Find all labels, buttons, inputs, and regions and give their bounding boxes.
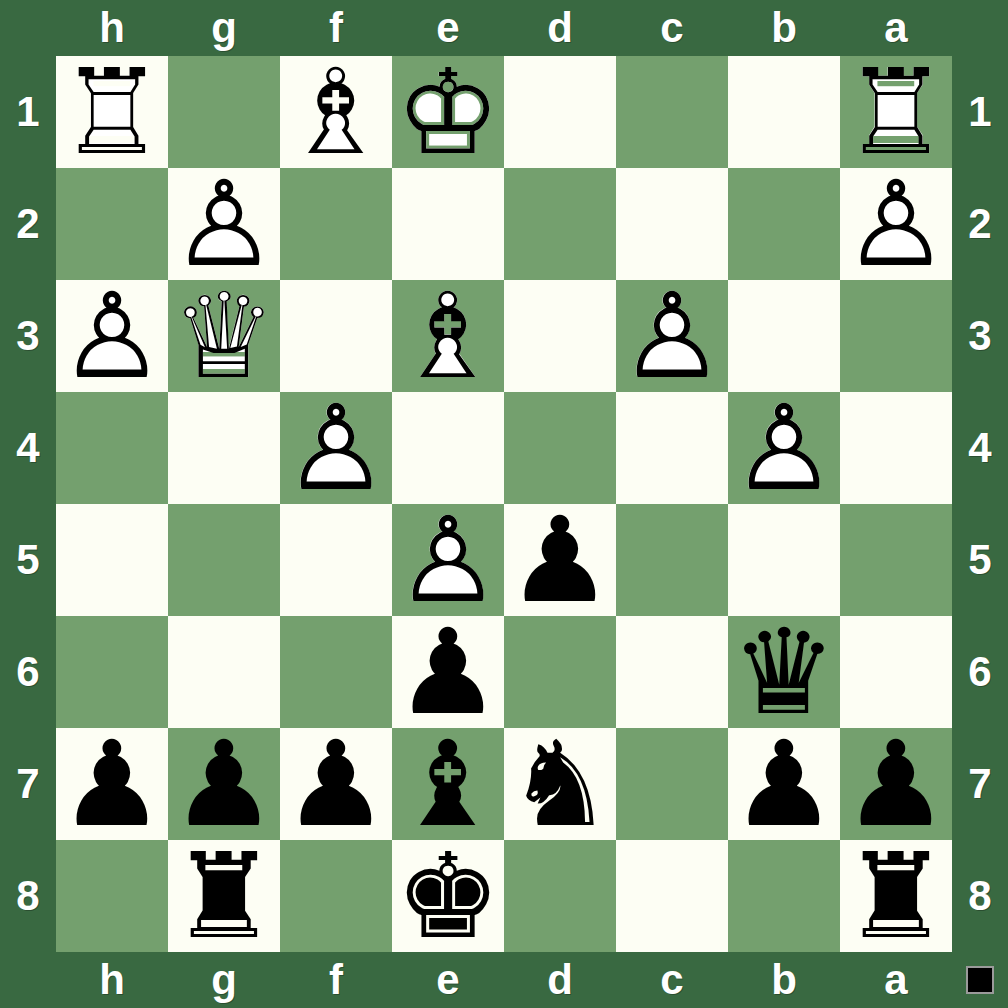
black-knight[interactable]: ♞ xyxy=(504,728,616,840)
square-d2[interactable] xyxy=(504,168,616,280)
square-c6[interactable] xyxy=(616,616,728,728)
rank-label-text: 8 xyxy=(968,875,991,917)
corner-bottom-left xyxy=(0,952,56,1008)
file-label-text: d xyxy=(547,7,573,49)
rank-label-6-right: 6 xyxy=(952,616,1008,728)
rank-label-3-left: 3 xyxy=(0,280,56,392)
white-king[interactable]: ♚♔ xyxy=(392,56,504,168)
rank-label-4-right: 4 xyxy=(952,392,1008,504)
file-label-text: c xyxy=(660,7,683,49)
square-a4[interactable] xyxy=(840,392,952,504)
square-b5[interactable] xyxy=(728,504,840,616)
square-h1[interactable]: ♜♖ xyxy=(56,56,168,168)
black-rook-glyph: ♜ xyxy=(840,840,952,952)
square-g7[interactable]: ♟ xyxy=(168,728,280,840)
square-c3[interactable]: ♟♙ xyxy=(616,280,728,392)
rank-label-6-left: 6 xyxy=(0,616,56,728)
black-pawn-glyph: ♟ xyxy=(728,728,840,840)
rank-label-7-right: 7 xyxy=(952,728,1008,840)
square-e2[interactable] xyxy=(392,168,504,280)
square-e7[interactable]: ♝ xyxy=(392,728,504,840)
square-b2[interactable] xyxy=(728,168,840,280)
rank-label-4-left: 4 xyxy=(0,392,56,504)
file-label-h-bottom: h xyxy=(56,952,168,1008)
black-pawn-glyph: ♟ xyxy=(392,616,504,728)
square-d6[interactable] xyxy=(504,616,616,728)
file-label-c-top: c xyxy=(616,0,728,56)
square-a6[interactable] xyxy=(840,616,952,728)
square-e4[interactable] xyxy=(392,392,504,504)
square-f7[interactable]: ♟ xyxy=(280,728,392,840)
file-label-text: f xyxy=(329,959,343,1001)
black-pawn-glyph: ♟ xyxy=(168,728,280,840)
square-f4[interactable]: ♟♙ xyxy=(280,392,392,504)
square-c2[interactable] xyxy=(616,168,728,280)
square-h4[interactable] xyxy=(56,392,168,504)
rank-label-text: 2 xyxy=(16,203,39,245)
rank-label-text: 6 xyxy=(16,651,39,693)
square-g1[interactable] xyxy=(168,56,280,168)
black-rook[interactable]: ♜ xyxy=(840,840,952,952)
black-pawn[interactable]: ♟ xyxy=(840,728,952,840)
file-label-b-bottom: b xyxy=(728,952,840,1008)
rank-label-text: 5 xyxy=(16,539,39,581)
black-to-move-indicator xyxy=(966,966,994,994)
file-label-c-bottom: c xyxy=(616,952,728,1008)
black-knight-glyph: ♞ xyxy=(504,728,616,840)
white-king-outline-glyph: ♔ xyxy=(392,56,504,168)
white-rook[interactable]: ♜♖ xyxy=(56,56,168,168)
corner-top-left xyxy=(0,0,56,56)
white-bishop-outline-glyph: ♗ xyxy=(392,280,504,392)
white-pawn[interactable]: ♟♙ xyxy=(56,280,168,392)
file-label-d-bottom: d xyxy=(504,952,616,1008)
square-d3[interactable] xyxy=(504,280,616,392)
square-a1[interactable]: ♜♖ xyxy=(840,56,952,168)
square-a2[interactable]: ♟♙ xyxy=(840,168,952,280)
black-pawn[interactable]: ♟ xyxy=(56,728,168,840)
square-a8[interactable]: ♜ xyxy=(840,840,952,952)
square-a7[interactable]: ♟ xyxy=(840,728,952,840)
black-bishop-glyph: ♝ xyxy=(392,728,504,840)
square-g4[interactable] xyxy=(168,392,280,504)
file-label-text: e xyxy=(436,959,459,1001)
square-e3[interactable]: ♝♗ xyxy=(392,280,504,392)
rank-label-5-left: 5 xyxy=(0,504,56,616)
rank-label-text: 2 xyxy=(968,203,991,245)
white-pawn-outline-glyph: ♙ xyxy=(56,280,168,392)
white-queen-outline-glyph: ♕ xyxy=(168,280,280,392)
rank-label-text: 4 xyxy=(968,427,991,469)
square-b7[interactable]: ♟ xyxy=(728,728,840,840)
black-rook-glyph: ♜ xyxy=(168,840,280,952)
square-b4[interactable]: ♟♙ xyxy=(728,392,840,504)
black-pawn[interactable]: ♟ xyxy=(280,728,392,840)
square-f3[interactable] xyxy=(280,280,392,392)
file-label-text: a xyxy=(884,959,907,1001)
square-b3[interactable] xyxy=(728,280,840,392)
square-c7[interactable] xyxy=(616,728,728,840)
black-pawn-glyph: ♟ xyxy=(280,728,392,840)
rank-label-text: 8 xyxy=(16,875,39,917)
white-pawn[interactable]: ♟♙ xyxy=(280,392,392,504)
white-rook-outline-glyph: ♖ xyxy=(840,56,952,168)
file-label-d-top: d xyxy=(504,0,616,56)
black-queen-glyph: ♛ xyxy=(728,616,840,728)
black-pawn-glyph: ♟ xyxy=(56,728,168,840)
black-pawn-glyph: ♟ xyxy=(840,728,952,840)
file-label-text: c xyxy=(660,959,683,1001)
white-queen[interactable]: ♛♕ xyxy=(168,280,280,392)
square-c5[interactable] xyxy=(616,504,728,616)
square-f5[interactable] xyxy=(280,504,392,616)
white-pawn[interactable]: ♟♙ xyxy=(168,168,280,280)
white-pawn[interactable]: ♟♙ xyxy=(728,392,840,504)
file-label-text: g xyxy=(211,959,237,1001)
square-e5[interactable]: ♟♙ xyxy=(392,504,504,616)
file-label-text: b xyxy=(771,959,797,1001)
square-f6[interactable] xyxy=(280,616,392,728)
white-pawn-outline-glyph: ♙ xyxy=(168,168,280,280)
white-rook[interactable]: ♜♖ xyxy=(840,56,952,168)
square-f8[interactable] xyxy=(280,840,392,952)
white-rook-outline-glyph: ♖ xyxy=(56,56,168,168)
square-d4[interactable] xyxy=(504,392,616,504)
rank-label-text: 4 xyxy=(16,427,39,469)
rank-label-text: 1 xyxy=(16,91,39,133)
white-pawn-outline-glyph: ♙ xyxy=(728,392,840,504)
square-f1[interactable]: ♝♗ xyxy=(280,56,392,168)
square-g8[interactable]: ♜ xyxy=(168,840,280,952)
square-h2[interactable] xyxy=(56,168,168,280)
square-d7[interactable]: ♞ xyxy=(504,728,616,840)
white-bishop[interactable]: ♝♗ xyxy=(392,280,504,392)
black-pawn-glyph: ♟ xyxy=(504,504,616,616)
rank-label-text: 7 xyxy=(16,763,39,805)
square-e8[interactable]: ♚ xyxy=(392,840,504,952)
black-king[interactable]: ♚ xyxy=(392,840,504,952)
file-label-f-bottom: f xyxy=(280,952,392,1008)
file-label-text: b xyxy=(771,7,797,49)
black-king-glyph: ♚ xyxy=(392,840,504,952)
rank-label-1-left: 1 xyxy=(0,56,56,168)
square-b6[interactable]: ♛ xyxy=(728,616,840,728)
rank-label-text: 6 xyxy=(968,651,991,693)
rank-label-7-left: 7 xyxy=(0,728,56,840)
white-pawn-outline-glyph: ♙ xyxy=(840,168,952,280)
file-label-g-top: g xyxy=(168,0,280,56)
square-d1[interactable] xyxy=(504,56,616,168)
square-e1[interactable]: ♚♔ xyxy=(392,56,504,168)
white-pawn[interactable]: ♟♙ xyxy=(392,504,504,616)
square-h5[interactable] xyxy=(56,504,168,616)
black-pawn[interactable]: ♟ xyxy=(392,616,504,728)
square-f2[interactable] xyxy=(280,168,392,280)
square-a3[interactable] xyxy=(840,280,952,392)
rank-label-8-right: 8 xyxy=(952,840,1008,952)
square-c8[interactable] xyxy=(616,840,728,952)
rank-label-5-right: 5 xyxy=(952,504,1008,616)
file-label-b-top: b xyxy=(728,0,840,56)
square-g3[interactable]: ♛♕ xyxy=(168,280,280,392)
square-c4[interactable] xyxy=(616,392,728,504)
square-h8[interactable] xyxy=(56,840,168,952)
file-label-text: h xyxy=(99,959,125,1001)
rank-label-text: 3 xyxy=(16,315,39,357)
square-b8[interactable] xyxy=(728,840,840,952)
white-pawn[interactable]: ♟♙ xyxy=(840,168,952,280)
rank-label-8-left: 8 xyxy=(0,840,56,952)
rank-label-3-right: 3 xyxy=(952,280,1008,392)
rank-label-text: 1 xyxy=(968,91,991,133)
black-queen[interactable]: ♛ xyxy=(728,616,840,728)
white-pawn-outline-glyph: ♙ xyxy=(280,392,392,504)
square-h3[interactable]: ♟♙ xyxy=(56,280,168,392)
rank-label-text: 3 xyxy=(968,315,991,357)
square-e6[interactable]: ♟ xyxy=(392,616,504,728)
square-g6[interactable] xyxy=(168,616,280,728)
file-label-text: g xyxy=(211,7,237,49)
white-bishop[interactable]: ♝♗ xyxy=(280,56,392,168)
rank-label-2-right: 2 xyxy=(952,168,1008,280)
black-bishop[interactable]: ♝ xyxy=(392,728,504,840)
white-pawn-outline-glyph: ♙ xyxy=(616,280,728,392)
rank-label-text: 7 xyxy=(968,763,991,805)
rank-label-text: 5 xyxy=(968,539,991,581)
rank-label-1-right: 1 xyxy=(952,56,1008,168)
square-a5[interactable] xyxy=(840,504,952,616)
black-pawn[interactable]: ♟ xyxy=(168,728,280,840)
square-c1[interactable] xyxy=(616,56,728,168)
black-rook[interactable]: ♜ xyxy=(168,840,280,952)
corner-top-right xyxy=(952,0,1008,56)
square-g2[interactable]: ♟♙ xyxy=(168,168,280,280)
white-pawn[interactable]: ♟♙ xyxy=(616,280,728,392)
white-bishop-outline-glyph: ♗ xyxy=(280,56,392,168)
square-d8[interactable] xyxy=(504,840,616,952)
chess-board: hgfedcba1♜♖♝♗♚♔♜♖12♟♙♟♙23♟♙♛♕♝♗♟♙34♟♙♟♙4… xyxy=(0,0,1008,1008)
black-pawn[interactable]: ♟ xyxy=(728,728,840,840)
square-b1[interactable] xyxy=(728,56,840,168)
file-label-text: d xyxy=(547,959,573,1001)
square-h6[interactable] xyxy=(56,616,168,728)
square-h7[interactable]: ♟ xyxy=(56,728,168,840)
white-pawn-outline-glyph: ♙ xyxy=(392,504,504,616)
black-pawn[interactable]: ♟ xyxy=(504,504,616,616)
corner-bottom-right xyxy=(952,952,1008,1008)
square-d5[interactable]: ♟ xyxy=(504,504,616,616)
square-g5[interactable] xyxy=(168,504,280,616)
rank-label-2-left: 2 xyxy=(0,168,56,280)
